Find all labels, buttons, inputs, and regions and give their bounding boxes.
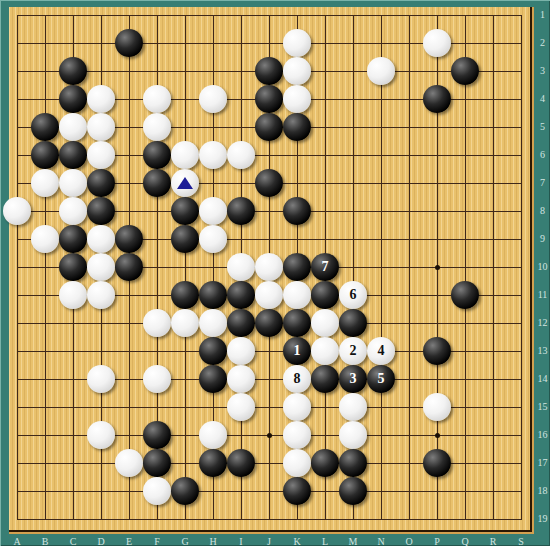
black-stone[interactable] [31,141,59,169]
white-stone[interactable] [283,57,311,85]
white-stone[interactable] [199,309,227,337]
black-stone[interactable] [199,365,227,393]
black-stone[interactable] [227,197,255,225]
white-stone[interactable] [199,225,227,253]
white-stone[interactable] [171,169,199,197]
black-stone[interactable] [255,309,283,337]
column-label: I [231,536,251,546]
move-number: 6 [350,288,357,302]
row-label: 1 [535,9,550,21]
black-stone[interactable] [227,281,255,309]
white-stone[interactable] [3,197,31,225]
black-stone[interactable] [59,57,87,85]
white-stone[interactable] [283,449,311,477]
white-stone[interactable] [87,253,115,281]
black-stone[interactable] [451,281,479,309]
row-label: 5 [535,121,550,133]
white-stone[interactable]: 2 [339,337,367,365]
black-stone[interactable] [423,449,451,477]
column-label: C [63,536,83,546]
white-stone[interactable] [143,85,171,113]
white-stone[interactable] [283,281,311,309]
black-stone[interactable] [59,253,87,281]
star-point [267,433,272,438]
black-stone[interactable] [283,477,311,505]
white-stone[interactable] [143,113,171,141]
white-stone[interactable] [311,309,339,337]
black-stone[interactable] [115,253,143,281]
white-stone[interactable] [199,85,227,113]
black-stone[interactable] [451,57,479,85]
white-stone[interactable] [59,281,87,309]
black-stone[interactable] [199,337,227,365]
row-label: 15 [535,401,550,413]
white-stone[interactable] [143,477,171,505]
move-number: 4 [378,344,385,358]
column-label: F [147,536,167,546]
white-stone[interactable] [31,169,59,197]
star-point [435,433,440,438]
black-stone[interactable] [339,309,367,337]
black-stone[interactable] [143,421,171,449]
board-edge: 76124835 [9,7,534,534]
black-stone[interactable] [255,169,283,197]
black-stone[interactable] [115,29,143,57]
column-label: S [511,536,531,546]
white-stone[interactable] [59,113,87,141]
row-label: 8 [535,205,550,217]
row-label: 18 [535,485,550,497]
white-stone[interactable] [87,225,115,253]
black-stone[interactable] [143,169,171,197]
white-stone[interactable] [227,141,255,169]
white-stone[interactable] [227,365,255,393]
black-stone[interactable] [339,477,367,505]
black-stone[interactable]: 1 [283,337,311,365]
black-stone[interactable] [423,85,451,113]
white-stone[interactable] [199,421,227,449]
black-stone[interactable] [255,85,283,113]
black-stone[interactable] [311,449,339,477]
move-number: 5 [378,372,385,386]
row-label: 11 [535,289,550,301]
column-label: B [35,536,55,546]
black-stone[interactable] [283,113,311,141]
white-stone[interactable] [339,393,367,421]
white-stone[interactable] [227,337,255,365]
move-number: 7 [322,260,329,274]
black-stone[interactable] [59,141,87,169]
column-label: O [399,536,419,546]
white-stone[interactable] [311,337,339,365]
black-stone[interactable] [171,477,199,505]
black-stone[interactable] [255,57,283,85]
black-stone[interactable]: 3 [339,365,367,393]
grid-line-vertical [409,15,410,520]
triangle-marker-icon [177,177,193,189]
column-label: A [7,536,27,546]
black-stone[interactable] [199,449,227,477]
black-stone[interactable] [311,365,339,393]
column-label: H [203,536,223,546]
black-stone[interactable] [87,197,115,225]
white-stone[interactable] [171,309,199,337]
white-stone[interactable] [59,197,87,225]
white-stone[interactable] [87,365,115,393]
move-number: 3 [350,372,357,386]
white-stone[interactable] [143,309,171,337]
row-label: 16 [535,429,550,441]
white-stone[interactable] [87,421,115,449]
black-stone[interactable]: 7 [311,253,339,281]
black-stone[interactable] [59,85,87,113]
white-stone[interactable] [199,197,227,225]
white-stone[interactable]: 4 [367,337,395,365]
column-label: G [175,536,195,546]
grid-line-vertical [493,15,494,520]
white-stone[interactable] [87,141,115,169]
grid-line-horizontal [17,519,522,520]
black-stone[interactable] [31,113,59,141]
white-stone[interactable] [283,393,311,421]
row-label: 19 [535,513,550,525]
white-stone[interactable] [423,29,451,57]
white-stone[interactable] [143,365,171,393]
white-stone[interactable] [255,253,283,281]
row-label: 10 [535,261,550,273]
black-stone[interactable] [255,113,283,141]
row-label: 4 [535,93,550,105]
grid-line-vertical [381,15,382,520]
black-stone[interactable] [227,309,255,337]
go-board[interactable]: 76124835 [9,7,532,532]
column-label: Q [455,536,475,546]
white-stone[interactable] [31,225,59,253]
white-stone[interactable] [255,281,283,309]
row-label: 2 [535,37,550,49]
black-stone[interactable] [199,281,227,309]
white-stone[interactable] [227,393,255,421]
grid-line-vertical [521,15,522,520]
row-label: 13 [535,345,550,357]
black-stone[interactable] [283,197,311,225]
column-label: M [343,536,363,546]
black-stone[interactable]: 5 [367,365,395,393]
black-stone[interactable] [87,169,115,197]
column-label: R [483,536,503,546]
white-stone[interactable] [115,449,143,477]
white-stone[interactable] [87,113,115,141]
white-stone[interactable] [423,393,451,421]
white-stone[interactable] [339,421,367,449]
row-label: 14 [535,373,550,385]
row-label: 6 [535,149,550,161]
white-stone[interactable]: 6 [339,281,367,309]
white-stone[interactable]: 8 [283,365,311,393]
column-label: P [427,536,447,546]
white-stone[interactable] [283,29,311,57]
black-stone[interactable] [59,225,87,253]
goban-frame: 76124835 ABCDEFGHIJKLMNOPQRS 12345678910… [0,0,550,546]
move-number: 2 [350,344,357,358]
move-number: 8 [294,372,301,386]
white-stone[interactable] [367,57,395,85]
white-stone[interactable] [283,85,311,113]
black-stone[interactable] [339,449,367,477]
white-stone[interactable] [199,141,227,169]
black-stone[interactable] [227,449,255,477]
column-label: E [119,536,139,546]
white-stone[interactable] [227,253,255,281]
row-label: 12 [535,317,550,329]
column-label: D [91,536,111,546]
move-number: 1 [294,344,301,358]
white-stone[interactable] [87,281,115,309]
black-stone[interactable] [171,225,199,253]
black-stone[interactable] [423,337,451,365]
row-label: 7 [535,177,550,189]
black-stone[interactable] [171,197,199,225]
column-label: K [287,536,307,546]
white-stone[interactable] [59,169,87,197]
white-stone[interactable] [171,141,199,169]
black-stone[interactable] [283,309,311,337]
black-stone[interactable] [311,281,339,309]
white-stone[interactable] [87,85,115,113]
white-stone[interactable] [283,421,311,449]
black-stone[interactable] [171,281,199,309]
grid-line-horizontal [17,491,522,492]
row-label: 9 [535,233,550,245]
black-stone[interactable] [115,225,143,253]
column-label: L [315,536,335,546]
grid-line-vertical [465,15,466,520]
column-label: J [259,536,279,546]
black-stone[interactable] [143,449,171,477]
column-label: N [371,536,391,546]
row-label: 17 [535,457,550,469]
black-stone[interactable] [283,253,311,281]
row-label: 3 [535,65,550,77]
star-point [435,265,440,270]
black-stone[interactable] [143,141,171,169]
